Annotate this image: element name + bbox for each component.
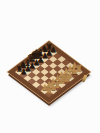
brass-clasp-icon bbox=[82, 75, 88, 82]
board-grid bbox=[15, 47, 83, 98]
product-photo: ♜♞♝♛♚♝♞♜♟♟♟♟♟♟♟♟♟♟♟♟♟♟♟♟♜♞♝♛♚♝♞♜ bbox=[0, 0, 100, 133]
chess-board bbox=[8, 41, 90, 103]
